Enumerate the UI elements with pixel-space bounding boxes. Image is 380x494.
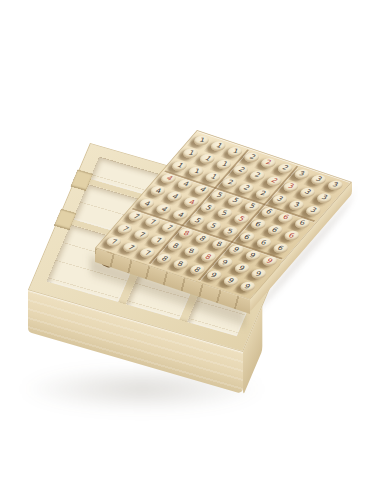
peg-digit: 3	[309, 207, 318, 214]
number-peg[interactable]: 9	[248, 267, 268, 280]
peg-digit: 3	[292, 202, 300, 208]
peg-digit: 8	[215, 241, 223, 248]
peg-digit: 3	[275, 196, 284, 203]
peg-digit: 7	[143, 250, 151, 257]
peg-digit: 6	[264, 209, 274, 216]
peg-digit: 8	[198, 235, 207, 242]
peg-digit: 5	[209, 223, 218, 230]
peg-digit: 1	[231, 149, 239, 155]
peg-digit: 5	[248, 203, 257, 210]
peg-digit: 8	[182, 230, 190, 236]
peg-digit: 9	[249, 252, 257, 259]
peg-digit: 1	[198, 138, 205, 144]
peg-digit: 4	[143, 201, 151, 208]
peg-digit: 1	[176, 163, 185, 170]
peg-digit: 3	[331, 182, 339, 188]
peg-digit: 9	[243, 283, 251, 290]
peg-digit: 4	[159, 206, 168, 213]
number-peg[interactable]: 3	[325, 179, 345, 192]
peg-digit: 2	[236, 167, 245, 174]
peg-digit: 5	[203, 205, 212, 212]
peg-digit: 2	[265, 160, 273, 166]
peg-digit: 8	[177, 261, 185, 268]
peg-digit: 5	[221, 210, 229, 216]
peg-digit: 5	[237, 216, 246, 223]
peg-digit: 6	[276, 245, 285, 252]
peg-digit: 2	[242, 185, 251, 192]
peg-digit: 6	[281, 214, 290, 221]
peg-digit: 1	[214, 143, 223, 150]
peg-digit: 2	[281, 165, 290, 172]
product-photo-scene: 1112223331112223331112223334445556664445…	[0, 0, 380, 494]
peg-digit: 1	[203, 155, 212, 162]
peg-digit: 7	[120, 226, 130, 233]
peg-digit: 7	[138, 231, 147, 238]
peg-digit: 2	[226, 180, 234, 186]
peg-digit: 6	[298, 220, 305, 226]
peg-digit: 8	[160, 255, 169, 262]
number-peg[interactable]: 6	[281, 229, 301, 242]
peg-digit: 7	[165, 224, 174, 231]
peg-digit: 5	[215, 192, 223, 199]
peg-digit: 3	[298, 171, 306, 177]
peg-digit: 9	[226, 277, 235, 284]
peg-digit: 5	[231, 197, 240, 204]
peg-digit: 7	[149, 219, 157, 225]
peg-digit: 6	[270, 227, 279, 234]
number-peg[interactable]: 3	[314, 191, 334, 204]
peg-digit: 9	[231, 247, 240, 254]
peg-digit: 8	[204, 254, 213, 261]
peg-digit: 4	[198, 186, 207, 193]
peg-digit: 6	[287, 233, 295, 240]
peg-digit: 4	[170, 193, 179, 200]
peg-digit: 3	[320, 195, 329, 202]
peg-digit: 6	[254, 221, 262, 227]
peg-digit: 5	[227, 229, 234, 235]
peg-digit: 4	[164, 175, 173, 182]
peg-digit: 4	[154, 188, 162, 194]
peg-digit: 1	[209, 174, 218, 181]
peg-digit: 6	[260, 240, 268, 246]
peg-digit: 8	[171, 243, 180, 250]
peg-digit: 1	[193, 168, 201, 174]
peg-digit: 2	[259, 191, 267, 197]
peg-digit: 7	[132, 213, 141, 220]
peg-digit: 1	[220, 161, 228, 168]
peg-digit: 9	[265, 258, 274, 265]
peg-digit: 1	[187, 150, 195, 157]
peg-digit: 9	[254, 271, 262, 277]
peg-digit: 3	[314, 176, 323, 183]
peg-digit: 4	[187, 199, 195, 205]
peg-digit: 4	[181, 181, 189, 188]
peg-digit: 9	[210, 272, 218, 279]
peg-digit: 6	[243, 234, 252, 241]
number-peg[interactable]: 6	[270, 242, 290, 255]
peg-digit: 7	[126, 244, 135, 251]
peg-digit: 2	[253, 172, 261, 179]
peg-digit: 7	[110, 239, 118, 245]
number-peg[interactable]: 9	[237, 280, 257, 293]
peg-digit: 5	[192, 217, 202, 224]
peg-digit: 4	[176, 212, 185, 219]
peg-digit: 9	[237, 265, 246, 272]
peg-digit: 2	[269, 178, 278, 185]
peg-digit: 9	[221, 260, 229, 266]
peg-digit: 7	[155, 237, 162, 243]
peg-digit: 3	[303, 189, 312, 196]
number-peg[interactable]: 3	[303, 204, 323, 217]
peg-digit: 3	[287, 183, 295, 190]
peg-digit: 2	[247, 154, 256, 161]
peg-digit: 8	[188, 248, 196, 254]
peg-digit: 8	[193, 266, 202, 273]
